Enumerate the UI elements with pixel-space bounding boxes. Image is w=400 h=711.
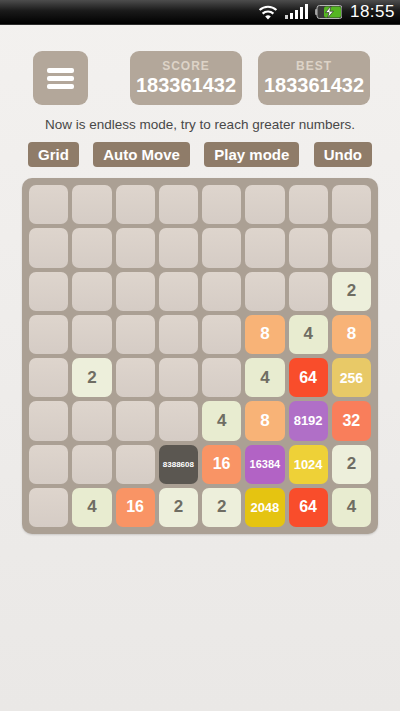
board-cell bbox=[202, 272, 241, 311]
tile-8: 8 bbox=[245, 315, 284, 354]
grid-button[interactable]: Grid bbox=[28, 142, 79, 167]
best-label: BEST bbox=[296, 59, 332, 73]
toolbar: Grid Auto Move Play mode Undo bbox=[0, 142, 400, 167]
board-cell bbox=[116, 228, 155, 267]
header: SCORE 183361432 BEST 183361432 bbox=[0, 25, 400, 105]
score-box: SCORE 183361432 bbox=[130, 51, 242, 105]
tile-4: 4 bbox=[202, 401, 241, 440]
board-cell bbox=[289, 228, 328, 267]
best-value: 183361432 bbox=[264, 74, 364, 97]
tile-64: 64 bbox=[289, 488, 328, 527]
tile-1024: 1024 bbox=[289, 445, 328, 484]
status-clock: 18:55 bbox=[350, 2, 395, 22]
tile-32: 32 bbox=[332, 401, 371, 440]
tile-16: 16 bbox=[116, 488, 155, 527]
best-box: BEST 183361432 bbox=[258, 51, 370, 105]
tile-2048: 2048 bbox=[245, 488, 284, 527]
board-cell bbox=[159, 228, 198, 267]
tile-8: 8 bbox=[245, 401, 284, 440]
score-label: SCORE bbox=[162, 59, 210, 73]
tile-16: 16 bbox=[202, 445, 241, 484]
score-value: 183361432 bbox=[136, 74, 236, 97]
board-cell bbox=[29, 488, 68, 527]
board-cell bbox=[29, 272, 68, 311]
wifi-icon bbox=[257, 4, 279, 21]
board-cell bbox=[116, 272, 155, 311]
board-cell bbox=[332, 185, 371, 224]
board-cell bbox=[159, 315, 198, 354]
board-cell bbox=[245, 272, 284, 311]
board-cell bbox=[29, 185, 68, 224]
board-cell bbox=[202, 185, 241, 224]
tile-4: 4 bbox=[332, 488, 371, 527]
board-cell bbox=[202, 358, 241, 397]
mode-message: Now is endless mode, try to reach greate… bbox=[0, 117, 400, 132]
board-cell bbox=[29, 315, 68, 354]
board-cell bbox=[29, 401, 68, 440]
board-cell bbox=[72, 228, 111, 267]
board-cell bbox=[29, 228, 68, 267]
board-cell bbox=[159, 185, 198, 224]
tile-256: 256 bbox=[332, 358, 371, 397]
board[interactable]: 2848246425648819232838860816163841024241… bbox=[22, 178, 378, 534]
board-cell bbox=[29, 445, 68, 484]
board-cell bbox=[29, 358, 68, 397]
tile-64: 64 bbox=[289, 358, 328, 397]
board-cell bbox=[245, 228, 284, 267]
board-cell bbox=[116, 445, 155, 484]
auto-move-button[interactable]: Auto Move bbox=[93, 142, 190, 167]
board-cell bbox=[72, 185, 111, 224]
tile-16384: 16384 bbox=[245, 445, 284, 484]
board-cell bbox=[116, 185, 155, 224]
undo-button[interactable]: Undo bbox=[314, 142, 372, 167]
board-cell bbox=[116, 358, 155, 397]
board-cell bbox=[159, 358, 198, 397]
status-bar: 18:55 bbox=[0, 0, 400, 25]
battery-charging-icon bbox=[315, 5, 342, 19]
tile-8388608: 8388608 bbox=[159, 445, 198, 484]
tile-8: 8 bbox=[332, 315, 371, 354]
tile-4: 4 bbox=[289, 315, 328, 354]
board-cell bbox=[332, 228, 371, 267]
board-cell bbox=[202, 315, 241, 354]
tile-2: 2 bbox=[202, 488, 241, 527]
tile-2: 2 bbox=[332, 445, 371, 484]
board-cell bbox=[159, 272, 198, 311]
board-cell bbox=[202, 228, 241, 267]
board-cell bbox=[72, 315, 111, 354]
tile-4: 4 bbox=[72, 488, 111, 527]
board-cell bbox=[289, 185, 328, 224]
tile-2: 2 bbox=[72, 358, 111, 397]
hamburger-icon bbox=[47, 68, 74, 73]
board-cell bbox=[116, 315, 155, 354]
tile-2: 2 bbox=[159, 488, 198, 527]
play-mode-button[interactable]: Play mode bbox=[204, 142, 299, 167]
signal-strength-icon bbox=[285, 4, 309, 20]
tile-8192: 8192 bbox=[289, 401, 328, 440]
board-cell bbox=[72, 401, 111, 440]
board-cell bbox=[72, 272, 111, 311]
board-cell bbox=[245, 185, 284, 224]
board-cell bbox=[289, 272, 328, 311]
tile-4: 4 bbox=[245, 358, 284, 397]
menu-button[interactable] bbox=[33, 51, 88, 105]
board-cell bbox=[159, 401, 198, 440]
board-cell bbox=[72, 445, 111, 484]
tile-2: 2 bbox=[332, 272, 371, 311]
board-cell bbox=[116, 401, 155, 440]
